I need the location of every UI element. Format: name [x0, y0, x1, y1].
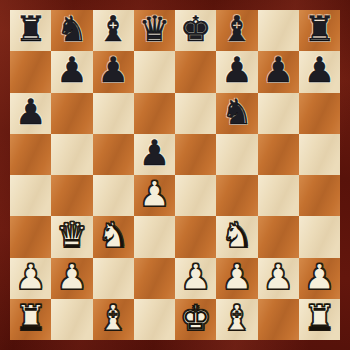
piece-white-king[interactable]: ♚: [180, 301, 211, 336]
piece-black-pawn[interactable]: ♟: [15, 95, 46, 130]
piece-black-knight[interactable]: ♞: [221, 95, 252, 130]
square-g7[interactable]: ♟: [258, 51, 299, 92]
square-a3[interactable]: [10, 216, 51, 257]
square-d6[interactable]: [134, 93, 175, 134]
square-f1[interactable]: ♝: [216, 299, 257, 340]
piece-black-pawn[interactable]: ♟: [56, 53, 87, 88]
piece-white-pawn[interactable]: ♟: [139, 177, 170, 212]
piece-black-bishop[interactable]: ♝: [221, 12, 252, 47]
square-b6[interactable]: [51, 93, 92, 134]
square-h6[interactable]: [299, 93, 340, 134]
square-h2[interactable]: ♟: [299, 258, 340, 299]
chess-board-frame: ♜♞♝♛♚♝♜♟♟♟♟♟♟♞♟♟♛♞♞♟♟♟♟♟♟♜♝♚♝♜: [0, 0, 350, 350]
square-g5[interactable]: [258, 134, 299, 175]
square-d3[interactable]: [134, 216, 175, 257]
piece-white-bishop[interactable]: ♝: [221, 301, 252, 336]
piece-white-bishop[interactable]: ♝: [97, 301, 128, 336]
piece-white-knight[interactable]: ♞: [221, 218, 252, 253]
piece-black-rook[interactable]: ♜: [15, 12, 46, 47]
square-a6[interactable]: ♟: [10, 93, 51, 134]
square-c2[interactable]: [93, 258, 134, 299]
square-c4[interactable]: [93, 175, 134, 216]
piece-black-pawn[interactable]: ♟: [139, 136, 170, 171]
square-c7[interactable]: ♟: [93, 51, 134, 92]
piece-black-pawn[interactable]: ♟: [262, 53, 293, 88]
square-f3[interactable]: ♞: [216, 216, 257, 257]
piece-white-pawn[interactable]: ♟: [221, 260, 252, 295]
square-d4[interactable]: ♟: [134, 175, 175, 216]
square-f7[interactable]: ♟: [216, 51, 257, 92]
piece-black-pawn[interactable]: ♟: [97, 53, 128, 88]
square-e6[interactable]: [175, 93, 216, 134]
square-f5[interactable]: [216, 134, 257, 175]
piece-black-king[interactable]: ♚: [180, 12, 211, 47]
piece-white-queen[interactable]: ♛: [56, 218, 87, 253]
piece-black-bishop[interactable]: ♝: [97, 12, 128, 47]
square-e1[interactable]: ♚: [175, 299, 216, 340]
chess-board: ♜♞♝♛♚♝♜♟♟♟♟♟♟♞♟♟♛♞♞♟♟♟♟♟♟♜♝♚♝♜: [10, 10, 340, 340]
piece-white-pawn[interactable]: ♟: [15, 260, 46, 295]
square-e8[interactable]: ♚: [175, 10, 216, 51]
square-e7[interactable]: [175, 51, 216, 92]
square-b8[interactable]: ♞: [51, 10, 92, 51]
piece-black-rook[interactable]: ♜: [304, 12, 335, 47]
square-b7[interactable]: ♟: [51, 51, 92, 92]
piece-white-pawn[interactable]: ♟: [262, 260, 293, 295]
square-e2[interactable]: ♟: [175, 258, 216, 299]
square-f6[interactable]: ♞: [216, 93, 257, 134]
square-f2[interactable]: ♟: [216, 258, 257, 299]
square-a2[interactable]: ♟: [10, 258, 51, 299]
square-a5[interactable]: [10, 134, 51, 175]
square-c3[interactable]: ♞: [93, 216, 134, 257]
square-a8[interactable]: ♜: [10, 10, 51, 51]
square-h4[interactable]: [299, 175, 340, 216]
piece-white-pawn[interactable]: ♟: [304, 260, 335, 295]
square-g2[interactable]: ♟: [258, 258, 299, 299]
square-g8[interactable]: [258, 10, 299, 51]
square-b3[interactable]: ♛: [51, 216, 92, 257]
piece-black-pawn[interactable]: ♟: [221, 53, 252, 88]
square-h1[interactable]: ♜: [299, 299, 340, 340]
square-b4[interactable]: [51, 175, 92, 216]
square-b5[interactable]: [51, 134, 92, 175]
square-b2[interactable]: ♟: [51, 258, 92, 299]
square-d2[interactable]: [134, 258, 175, 299]
square-h7[interactable]: ♟: [299, 51, 340, 92]
square-d5[interactable]: ♟: [134, 134, 175, 175]
piece-white-rook[interactable]: ♜: [304, 301, 335, 336]
square-a4[interactable]: [10, 175, 51, 216]
square-c5[interactable]: [93, 134, 134, 175]
square-g1[interactable]: [258, 299, 299, 340]
square-c1[interactable]: ♝: [93, 299, 134, 340]
square-g3[interactable]: [258, 216, 299, 257]
square-f4[interactable]: [216, 175, 257, 216]
square-b1[interactable]: [51, 299, 92, 340]
square-f8[interactable]: ♝: [216, 10, 257, 51]
square-g4[interactable]: [258, 175, 299, 216]
square-c6[interactable]: [93, 93, 134, 134]
square-h5[interactable]: [299, 134, 340, 175]
piece-white-pawn[interactable]: ♟: [180, 260, 211, 295]
square-c8[interactable]: ♝: [93, 10, 134, 51]
square-e5[interactable]: [175, 134, 216, 175]
piece-white-rook[interactable]: ♜: [15, 301, 46, 336]
square-d7[interactable]: [134, 51, 175, 92]
square-e4[interactable]: [175, 175, 216, 216]
piece-black-pawn[interactable]: ♟: [304, 53, 335, 88]
piece-white-pawn[interactable]: ♟: [56, 260, 87, 295]
square-d1[interactable]: [134, 299, 175, 340]
square-h3[interactable]: [299, 216, 340, 257]
piece-black-knight[interactable]: ♞: [56, 12, 87, 47]
piece-white-knight[interactable]: ♞: [97, 218, 128, 253]
square-h8[interactable]: ♜: [299, 10, 340, 51]
square-g6[interactable]: [258, 93, 299, 134]
square-a1[interactable]: ♜: [10, 299, 51, 340]
square-a7[interactable]: [10, 51, 51, 92]
piece-black-queen[interactable]: ♛: [139, 12, 170, 47]
square-d8[interactable]: ♛: [134, 10, 175, 51]
square-e3[interactable]: [175, 216, 216, 257]
